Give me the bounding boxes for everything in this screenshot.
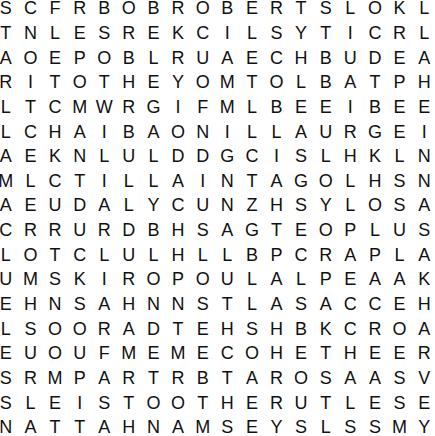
grid-cell[interactable]: H (117, 292, 142, 317)
grid-cell[interactable]: O (43, 316, 68, 341)
grid-cell[interactable]: I (338, 95, 363, 120)
grid-cell[interactable]: H (117, 415, 142, 436)
grid-cell[interactable]: O (313, 218, 338, 243)
grid-cell[interactable]: Y (166, 70, 191, 95)
grid-cell[interactable]: O (363, 0, 388, 21)
grid-cell[interactable]: H (166, 218, 191, 243)
grid-cell[interactable]: S (412, 218, 435, 243)
grid-cell[interactable]: R (264, 0, 289, 21)
grid-cell[interactable]: R (387, 21, 412, 46)
grid-cell[interactable]: U (190, 193, 215, 218)
grid-cell[interactable]: L (0, 95, 18, 120)
grid-cell[interactable]: L (363, 218, 388, 243)
grid-cell[interactable]: E (43, 45, 68, 70)
grid-cell[interactable]: M (215, 70, 240, 95)
grid-cell[interactable]: R (92, 218, 117, 243)
grid-cell[interactable]: H (338, 341, 363, 366)
grid-cell[interactable]: U (289, 390, 314, 415)
grid-cell[interactable]: L (0, 316, 18, 341)
grid-cell[interactable]: N (141, 415, 166, 436)
grid-cell[interactable]: Y (264, 415, 289, 436)
grid-cell[interactable]: S (363, 415, 388, 436)
grid-cell[interactable]: M (166, 341, 191, 366)
grid-cell[interactable]: N (412, 168, 435, 193)
grid-cell[interactable]: F (43, 0, 68, 21)
grid-cell[interactable]: R (92, 316, 117, 341)
grid-cell[interactable]: R (166, 0, 191, 21)
grid-cell[interactable]: R (412, 341, 435, 366)
grid-cell[interactable]: P (67, 366, 92, 391)
grid-cell[interactable]: K (67, 267, 92, 292)
grid-cell[interactable]: S (289, 193, 314, 218)
grid-cell[interactable]: R (0, 70, 18, 95)
grid-cell[interactable]: I (67, 390, 92, 415)
grid-cell[interactable]: Z (240, 193, 265, 218)
grid-cell[interactable]: M (0, 168, 18, 193)
grid-cell[interactable]: V (412, 366, 435, 391)
grid-cell[interactable]: A (240, 366, 265, 391)
grid-cell[interactable]: A (166, 415, 191, 436)
grid-cell[interactable]: T (18, 95, 43, 120)
grid-cell[interactable]: E (141, 341, 166, 366)
grid-cell[interactable]: R (363, 316, 388, 341)
grid-cell[interactable]: N (18, 21, 43, 46)
grid-cell[interactable]: T (67, 415, 92, 436)
grid-cell[interactable]: U (0, 267, 18, 292)
grid-cell[interactable]: H (264, 316, 289, 341)
grid-cell[interactable]: H (215, 390, 240, 415)
grid-cell[interactable]: E (387, 95, 412, 120)
grid-cell[interactable]: T (313, 21, 338, 46)
grid-cell[interactable]: P (338, 218, 363, 243)
grid-cell[interactable]: R (18, 366, 43, 391)
grid-cell[interactable]: A (412, 242, 435, 267)
grid-cell[interactable]: N (0, 415, 18, 436)
grid-cell[interactable]: E (43, 390, 68, 415)
grid-cell[interactable]: C (363, 292, 388, 317)
grid-cell[interactable]: E (190, 341, 215, 366)
grid-cell[interactable]: U (18, 341, 43, 366)
grid-cell[interactable]: B (117, 119, 142, 144)
grid-cell[interactable]: L (141, 242, 166, 267)
grid-cell[interactable]: B (141, 0, 166, 21)
grid-cell[interactable]: E (289, 218, 314, 243)
grid-cell[interactable]: L (240, 267, 265, 292)
grid-cell[interactable]: T (141, 366, 166, 391)
grid-cell[interactable]: H (215, 316, 240, 341)
grid-cell[interactable]: E (190, 316, 215, 341)
grid-cell[interactable]: T (92, 70, 117, 95)
grid-cell[interactable]: E (387, 45, 412, 70)
grid-cell[interactable]: R (264, 390, 289, 415)
grid-cell[interactable]: E (412, 95, 435, 120)
grid-cell[interactable]: L (141, 144, 166, 169)
grid-cell[interactable]: T (289, 0, 314, 21)
grid-cell[interactable]: L (338, 0, 363, 21)
grid-cell[interactable]: S (387, 168, 412, 193)
grid-cell[interactable]: E (240, 415, 265, 436)
grid-cell[interactable]: N (166, 292, 191, 317)
grid-cell[interactable]: S (18, 316, 43, 341)
grid-cell[interactable]: H (412, 292, 435, 317)
grid-cell[interactable]: I (215, 119, 240, 144)
grid-cell[interactable]: T (166, 316, 191, 341)
grid-cell[interactable]: C (43, 95, 68, 120)
grid-cell[interactable]: O (67, 70, 92, 95)
grid-cell[interactable]: H (166, 242, 191, 267)
grid-cell[interactable]: G (363, 119, 388, 144)
grid-cell[interactable]: S (190, 292, 215, 317)
grid-cell[interactable]: A (215, 45, 240, 70)
grid-cell[interactable]: G (289, 168, 314, 193)
grid-cell[interactable]: O (363, 193, 388, 218)
grid-cell[interactable]: T (43, 70, 68, 95)
grid-cell[interactable]: A (264, 267, 289, 292)
grid-cell[interactable]: C (166, 193, 191, 218)
grid-cell[interactable]: R (117, 267, 142, 292)
grid-cell[interactable]: B (240, 242, 265, 267)
grid-cell[interactable]: O (67, 316, 92, 341)
grid-cell[interactable]: E (387, 119, 412, 144)
grid-cell[interactable]: H (289, 45, 314, 70)
grid-cell[interactable]: E (289, 341, 314, 366)
grid-cell[interactable]: B (215, 0, 240, 21)
grid-cell[interactable]: H (18, 292, 43, 317)
grid-cell[interactable]: P (67, 45, 92, 70)
grid-cell[interactable]: A (0, 45, 18, 70)
grid-cell[interactable]: M (67, 95, 92, 120)
grid-cell[interactable]: P (387, 70, 412, 95)
grid-cell[interactable]: T (363, 70, 388, 95)
grid-cell[interactable]: C (240, 144, 265, 169)
grid-cell[interactable]: C (190, 21, 215, 46)
grid-cell[interactable]: L (43, 21, 68, 46)
grid-cell[interactable]: A (92, 193, 117, 218)
grid-cell[interactable]: S (190, 218, 215, 243)
grid-cell[interactable]: T (215, 366, 240, 391)
grid-cell[interactable]: T (190, 390, 215, 415)
grid-cell[interactable]: E (363, 341, 388, 366)
grid-cell[interactable]: N (215, 168, 240, 193)
grid-cell[interactable]: T (313, 390, 338, 415)
grid-cell[interactable]: L (0, 242, 18, 267)
grid-cell[interactable]: T (43, 415, 68, 436)
grid-cell[interactable]: U (117, 242, 142, 267)
grid-cell[interactable]: N (141, 292, 166, 317)
grid-cell[interactable]: K (166, 21, 191, 46)
grid-cell[interactable]: P (363, 242, 388, 267)
grid-cell[interactable]: B (92, 0, 117, 21)
grid-cell[interactable]: C (264, 45, 289, 70)
grid-cell[interactable]: O (190, 0, 215, 21)
grid-cell[interactable]: L (338, 193, 363, 218)
grid-cell[interactable]: R (117, 95, 142, 120)
grid-cell[interactable]: A (0, 144, 18, 169)
grid-cell[interactable]: R (67, 0, 92, 21)
grid-cell[interactable]: B (363, 95, 388, 120)
grid-cell[interactable]: A (338, 70, 363, 95)
grid-cell[interactable]: Y (141, 193, 166, 218)
grid-cell[interactable]: E (0, 341, 18, 366)
grid-cell[interactable]: R (117, 366, 142, 391)
grid-cell[interactable]: O (166, 390, 191, 415)
grid-cell[interactable]: D (67, 193, 92, 218)
grid-cell[interactable]: S (313, 366, 338, 391)
grid-cell[interactable]: G (215, 144, 240, 169)
grid-cell[interactable]: A (363, 366, 388, 391)
grid-cell[interactable]: M (18, 267, 43, 292)
grid-cell[interactable]: I (215, 21, 240, 46)
grid-cell[interactable]: T (43, 242, 68, 267)
grid-cell[interactable]: S (289, 144, 314, 169)
grid-cell[interactable]: L (190, 242, 215, 267)
grid-cell[interactable]: A (92, 366, 117, 391)
grid-cell[interactable]: Y (289, 21, 314, 46)
grid-cell[interactable]: D (363, 45, 388, 70)
grid-cell[interactable]: L (18, 390, 43, 415)
grid-cell[interactable]: M (190, 415, 215, 436)
grid-cell[interactable]: N (43, 292, 68, 317)
grid-cell[interactable]: D (190, 144, 215, 169)
grid-cell[interactable]: C (289, 242, 314, 267)
grid-cell[interactable]: A (215, 218, 240, 243)
grid-cell[interactable]: Y (313, 193, 338, 218)
grid-cell[interactable]: C (67, 242, 92, 267)
grid-cell[interactable]: E (387, 341, 412, 366)
grid-cell[interactable]: A (264, 292, 289, 317)
grid-cell[interactable]: I (166, 95, 191, 120)
grid-cell[interactable]: L (240, 21, 265, 46)
grid-cell[interactable]: S (313, 0, 338, 21)
grid-cell[interactable]: C (0, 218, 18, 243)
grid-cell[interactable]: R (166, 366, 191, 391)
grid-cell[interactable]: E (0, 292, 18, 317)
grid-cell[interactable]: H (264, 341, 289, 366)
grid-cell[interactable]: S (0, 366, 18, 391)
grid-cell[interactable]: R (264, 366, 289, 391)
grid-cell[interactable]: N (190, 119, 215, 144)
grid-cell[interactable]: L (141, 168, 166, 193)
grid-cell[interactable]: E (240, 45, 265, 70)
grid-cell[interactable]: C (43, 168, 68, 193)
grid-cell[interactable]: L (117, 168, 142, 193)
grid-cell[interactable]: R (117, 21, 142, 46)
grid-cell[interactable]: I (264, 144, 289, 169)
grid-cell[interactable]: N (215, 193, 240, 218)
grid-cell[interactable]: I (92, 168, 117, 193)
grid-cell[interactable]: H (363, 168, 388, 193)
grid-cell[interactable]: O (240, 341, 265, 366)
grid-cell[interactable]: A (92, 292, 117, 317)
grid-cell[interactable]: L (387, 144, 412, 169)
grid-cell[interactable]: A (412, 316, 435, 341)
grid-cell[interactable]: K (313, 316, 338, 341)
grid-cell[interactable]: T (313, 341, 338, 366)
grid-cell[interactable]: A (117, 316, 142, 341)
grid-cell[interactable]: R (338, 119, 363, 144)
grid-cell[interactable]: R (43, 218, 68, 243)
grid-cell[interactable]: C (338, 316, 363, 341)
grid-cell[interactable]: S (43, 267, 68, 292)
grid-cell[interactable]: Y (412, 415, 435, 436)
grid-cell[interactable]: S (240, 316, 265, 341)
grid-cell[interactable]: L (240, 95, 265, 120)
grid-cell[interactable]: M (117, 341, 142, 366)
grid-cell[interactable]: S (0, 390, 18, 415)
grid-cell[interactable]: A (264, 168, 289, 193)
grid-cell[interactable]: A (338, 242, 363, 267)
grid-cell[interactable]: L (412, 0, 435, 21)
grid-cell[interactable]: I (92, 267, 117, 292)
grid-cell[interactable]: G (141, 95, 166, 120)
grid-cell[interactable]: O (387, 316, 412, 341)
grid-cell[interactable]: H (338, 144, 363, 169)
grid-cell[interactable]: B (190, 366, 215, 391)
grid-cell[interactable]: O (92, 45, 117, 70)
grid-cell[interactable]: C (215, 341, 240, 366)
grid-cell[interactable]: U (387, 218, 412, 243)
grid-cell[interactable]: C (18, 119, 43, 144)
grid-cell[interactable]: A (289, 119, 314, 144)
grid-cell[interactable]: A (18, 415, 43, 436)
grid-cell[interactable]: L (412, 21, 435, 46)
grid-cell[interactable]: O (117, 0, 142, 21)
grid-cell[interactable]: L (92, 242, 117, 267)
grid-cell[interactable]: S (92, 21, 117, 46)
grid-cell[interactable]: T (240, 168, 265, 193)
grid-cell[interactable]: A (412, 45, 435, 70)
grid-cell[interactable]: M (215, 95, 240, 120)
grid-cell[interactable]: S (0, 0, 18, 21)
grid-cell[interactable]: E (240, 390, 265, 415)
grid-cell[interactable]: T (117, 390, 142, 415)
grid-cell[interactable]: O (289, 366, 314, 391)
grid-cell[interactable]: B (313, 70, 338, 95)
grid-cell[interactable]: S (215, 415, 240, 436)
grid-cell[interactable]: S (289, 415, 314, 436)
grid-cell[interactable]: A (363, 267, 388, 292)
grid-cell[interactable]: E (338, 267, 363, 292)
grid-cell[interactable]: U (215, 267, 240, 292)
grid-cell[interactable]: L (92, 144, 117, 169)
grid-cell[interactable]: T (67, 168, 92, 193)
grid-cell[interactable]: P (313, 267, 338, 292)
grid-cell[interactable]: B (264, 95, 289, 120)
grid-cell[interactable]: A (141, 119, 166, 144)
grid-cell[interactable]: E (412, 390, 435, 415)
grid-cell[interactable]: L (289, 267, 314, 292)
grid-cell[interactable]: W (92, 95, 117, 120)
grid-cell[interactable]: M (387, 415, 412, 436)
grid-cell[interactable]: S (338, 415, 363, 436)
grid-cell[interactable]: L (18, 168, 43, 193)
grid-cell[interactable]: K (363, 144, 388, 169)
grid-cell[interactable]: T (240, 70, 265, 95)
grid-cell[interactable]: O (43, 341, 68, 366)
grid-cell[interactable]: B (141, 218, 166, 243)
grid-cell[interactable]: B (313, 45, 338, 70)
grid-cell[interactable]: E (313, 95, 338, 120)
grid-cell[interactable]: L (338, 168, 363, 193)
grid-cell[interactable]: E (18, 144, 43, 169)
grid-cell[interactable]: D (117, 218, 142, 243)
grid-cell[interactable]: G (240, 218, 265, 243)
grid-cell[interactable]: B (117, 45, 142, 70)
grid-cell[interactable]: C (18, 0, 43, 21)
grid-cell[interactable]: H (264, 193, 289, 218)
grid-cell[interactable]: N (67, 144, 92, 169)
grid-cell[interactable]: L (264, 119, 289, 144)
grid-cell[interactable]: I (190, 168, 215, 193)
grid-cell[interactable]: E (18, 193, 43, 218)
grid-cell[interactable]: O (190, 267, 215, 292)
grid-cell[interactable]: I (412, 119, 435, 144)
grid-cell[interactable]: O (18, 45, 43, 70)
grid-cell[interactable]: A (166, 168, 191, 193)
grid-cell[interactable]: C (338, 292, 363, 317)
grid-cell[interactable]: I (18, 70, 43, 95)
grid-cell[interactable]: A (412, 193, 435, 218)
grid-cell[interactable]: U (43, 193, 68, 218)
grid-cell[interactable]: T (215, 292, 240, 317)
grid-cell[interactable]: K (412, 267, 435, 292)
grid-cell[interactable]: U (313, 119, 338, 144)
grid-cell[interactable]: A (92, 415, 117, 436)
grid-cell[interactable]: L (240, 292, 265, 317)
grid-cell[interactable]: L (387, 242, 412, 267)
grid-cell[interactable]: B (289, 316, 314, 341)
grid-cell[interactable]: U (67, 218, 92, 243)
grid-cell[interactable]: H (117, 70, 142, 95)
grid-cell[interactable]: R (18, 218, 43, 243)
grid-cell[interactable]: L (117, 193, 142, 218)
grid-cell[interactable]: U (190, 45, 215, 70)
grid-cell[interactable]: N (412, 144, 435, 169)
grid-cell[interactable]: S (67, 292, 92, 317)
grid-cell[interactable]: S (264, 21, 289, 46)
grid-cell[interactable]: E (67, 21, 92, 46)
grid-cell[interactable]: H (412, 70, 435, 95)
grid-cell[interactable]: I (92, 119, 117, 144)
grid-cell[interactable]: S (92, 390, 117, 415)
grid-cell[interactable]: O (166, 119, 191, 144)
grid-cell[interactable]: E (141, 21, 166, 46)
grid-cell[interactable]: L (289, 70, 314, 95)
grid-cell[interactable]: A (67, 119, 92, 144)
grid-cell[interactable]: A (387, 267, 412, 292)
grid-cell[interactable]: I (338, 21, 363, 46)
grid-cell[interactable]: L (215, 242, 240, 267)
grid-cell[interactable]: S (387, 193, 412, 218)
grid-cell[interactable]: E (289, 95, 314, 120)
grid-cell[interactable]: T (264, 218, 289, 243)
grid-cell[interactable]: K (43, 144, 68, 169)
grid-cell[interactable]: D (166, 144, 191, 169)
grid-cell[interactable]: U (117, 144, 142, 169)
grid-cell[interactable]: L (141, 45, 166, 70)
grid-cell[interactable]: O (18, 242, 43, 267)
grid-cell[interactable]: U (338, 45, 363, 70)
grid-cell[interactable]: H (43, 119, 68, 144)
grid-cell[interactable]: F (92, 341, 117, 366)
grid-cell[interactable]: U (67, 341, 92, 366)
grid-cell[interactable]: A (313, 292, 338, 317)
grid-cell[interactable]: F (190, 95, 215, 120)
grid-cell[interactable]: L (313, 144, 338, 169)
grid-cell[interactable]: A (0, 193, 18, 218)
grid-cell[interactable]: E (387, 292, 412, 317)
grid-cell[interactable]: O (141, 267, 166, 292)
